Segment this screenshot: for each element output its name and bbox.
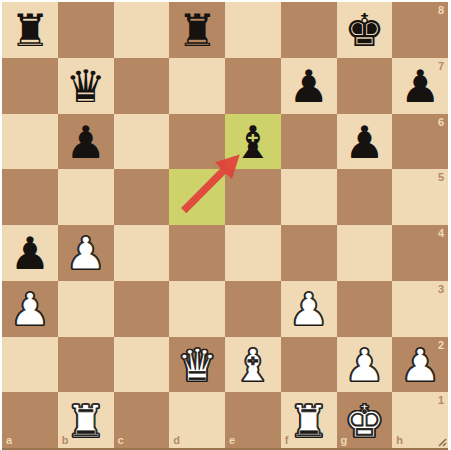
square-h2[interactable]: ♟2 [392,337,448,393]
square-f3[interactable]: ♟ [281,281,337,337]
square-e6[interactable]: ♝ [225,114,281,170]
resize-handle-icon[interactable] [435,435,447,447]
square-b5[interactable] [58,169,114,225]
file-label-f: f [285,435,289,446]
square-g2[interactable]: ♟ [337,337,393,393]
square-c6[interactable] [114,114,170,170]
file-label-a: a [6,435,12,446]
square-f2[interactable] [281,337,337,393]
file-label-d: d [173,435,180,446]
square-c5[interactable] [114,169,170,225]
square-b2[interactable] [58,337,114,393]
black-pawn[interactable]: ♟ [2,226,58,282]
black-rook[interactable]: ♜ [2,3,58,59]
square-f1[interactable]: ♜f [281,392,337,448]
square-c4[interactable] [114,225,170,281]
rank-label-6: 6 [438,117,444,128]
square-d2[interactable]: ♛ [169,337,225,393]
square-h8[interactable]: 8 [392,2,448,58]
square-c3[interactable] [114,281,170,337]
square-d7[interactable] [169,58,225,114]
square-d8[interactable]: ♜ [169,2,225,58]
square-h3[interactable]: 3 [392,281,448,337]
square-e4[interactable] [225,225,281,281]
black-rook[interactable]: ♜ [169,3,225,59]
square-d3[interactable] [169,281,225,337]
square-b3[interactable] [58,281,114,337]
file-label-e: e [229,435,235,446]
file-label-b: b [62,435,69,446]
square-f6[interactable] [281,114,337,170]
rank-label-7: 7 [438,61,444,72]
square-c1[interactable]: c [114,392,170,448]
square-h6[interactable]: 6 [392,114,448,170]
square-a4[interactable]: ♟ [2,225,58,281]
white-bishop[interactable]: ♝ [225,338,281,394]
rank-label-4: 4 [438,228,444,239]
square-c2[interactable] [114,337,170,393]
rank-label-1: 1 [438,395,444,406]
square-h5[interactable]: 5 [392,169,448,225]
square-e2[interactable]: ♝ [225,337,281,393]
white-pawn[interactable]: ♟ [337,338,393,394]
black-queen[interactable]: ♛ [58,59,114,115]
square-f4[interactable] [281,225,337,281]
square-e5[interactable] [225,169,281,225]
square-f7[interactable]: ♟ [281,58,337,114]
square-g4[interactable] [337,225,393,281]
square-a5[interactable] [2,169,58,225]
square-g1[interactable]: ♚g [337,392,393,448]
board-container: ♜♜♚8♛♟♟7♟♝♟65♟♟4♟♟3♛♝♟♟2a♜bcde♜f♚g1h [2,2,448,448]
square-e1[interactable]: e [225,392,281,448]
rank-label-2: 2 [438,340,444,351]
black-pawn[interactable]: ♟ [337,115,393,171]
square-g7[interactable] [337,58,393,114]
square-g3[interactable] [337,281,393,337]
square-e8[interactable] [225,2,281,58]
square-d5[interactable] [169,169,225,225]
black-pawn[interactable]: ♟ [58,115,114,171]
square-f5[interactable] [281,169,337,225]
square-h7[interactable]: ♟7 [392,58,448,114]
square-b7[interactable]: ♛ [58,58,114,114]
square-c7[interactable] [114,58,170,114]
square-b4[interactable]: ♟ [58,225,114,281]
white-rook[interactable]: ♜ [281,393,337,449]
black-bishop[interactable]: ♝ [225,115,281,171]
square-a1[interactable]: a [2,392,58,448]
square-h4[interactable]: 4 [392,225,448,281]
rank-label-5: 5 [438,172,444,183]
square-f8[interactable] [281,2,337,58]
square-a6[interactable] [2,114,58,170]
square-g8[interactable]: ♚ [337,2,393,58]
square-a7[interactable] [2,58,58,114]
square-b8[interactable] [58,2,114,58]
square-e3[interactable] [225,281,281,337]
square-d4[interactable] [169,225,225,281]
square-a2[interactable] [2,337,58,393]
white-pawn[interactable]: ♟ [58,226,114,282]
square-g6[interactable]: ♟ [337,114,393,170]
square-g5[interactable] [337,169,393,225]
file-label-c: c [118,435,124,446]
square-d6[interactable] [169,114,225,170]
file-label-h: h [396,435,403,446]
rank-label-8: 8 [438,5,444,16]
square-c8[interactable] [114,2,170,58]
white-queen[interactable]: ♛ [169,338,225,394]
rank-label-3: 3 [438,284,444,295]
square-d1[interactable]: d [169,392,225,448]
square-a8[interactable]: ♜ [2,2,58,58]
white-pawn[interactable]: ♟ [2,282,58,338]
square-b1[interactable]: ♜b [58,392,114,448]
black-king[interactable]: ♚ [337,3,393,59]
square-e7[interactable] [225,58,281,114]
white-pawn[interactable]: ♟ [281,282,337,338]
square-b6[interactable]: ♟ [58,114,114,170]
chess-board: ♜♜♚8♛♟♟7♟♝♟65♟♟4♟♟3♛♝♟♟2a♜bcde♜f♚g1h [2,2,448,448]
black-pawn[interactable]: ♟ [281,59,337,115]
square-a3[interactable]: ♟ [2,281,58,337]
file-label-g: g [341,435,348,446]
